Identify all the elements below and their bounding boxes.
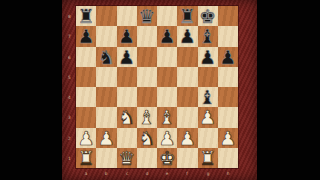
file-label-d: d [140,170,155,178]
square-h2[interactable]: ♟ [218,128,238,148]
white-king-piece[interactable]: ♚ [159,147,176,167]
square-a1[interactable]: ♜ [76,148,96,168]
square-g8[interactable]: ♚ [198,6,218,26]
square-a4[interactable] [76,87,96,107]
square-h8[interactable] [218,6,238,26]
square-c4[interactable] [117,87,137,107]
square-e3[interactable]: ♝ [157,107,177,127]
square-h7[interactable] [218,26,238,46]
square-h5[interactable] [218,67,238,87]
square-d7[interactable] [137,26,157,46]
white-rook-piece[interactable]: ♜ [78,147,95,167]
square-d6[interactable] [137,47,157,67]
chessboard: ♜♛♜♚♟♟♟♟♝♞♟♟♟♝♞♝♝♟♟♟♞♟♟♟♜♛♚♜ [76,6,238,168]
black-rook-piece[interactable]: ♜ [78,6,95,26]
square-g4[interactable]: ♝ [198,87,218,107]
square-g6[interactable]: ♟ [198,47,218,67]
square-g3[interactable]: ♟ [198,107,218,127]
square-e5[interactable] [157,67,177,87]
file-label-h: h [221,170,236,178]
square-f7[interactable]: ♟ [177,26,197,46]
black-pawn-piece[interactable]: ♟ [219,46,236,66]
file-labels: abcdefgh [76,168,238,179]
black-pawn-piece[interactable]: ♟ [199,46,216,66]
rank-label-3: 3 [65,110,74,125]
square-d8[interactable]: ♛ [137,6,157,26]
black-king-piece[interactable]: ♚ [199,6,216,26]
letterbox-right [257,0,320,180]
square-g7[interactable]: ♝ [198,26,218,46]
square-e8[interactable] [157,6,177,26]
white-pawn-piece[interactable]: ♟ [98,127,115,147]
white-bishop-piece[interactable]: ♝ [159,107,176,127]
white-knight-piece[interactable]: ♞ [138,127,155,147]
black-rook-piece[interactable]: ♜ [179,6,196,26]
square-f8[interactable]: ♜ [177,6,197,26]
square-h4[interactable] [218,87,238,107]
rank-label-2: 2 [65,130,74,145]
square-c1[interactable]: ♛ [117,148,137,168]
square-b6[interactable]: ♞ [96,47,116,67]
square-d1[interactable] [137,148,157,168]
black-bishop-piece[interactable]: ♝ [199,87,216,107]
square-c7[interactable]: ♟ [117,26,137,46]
square-c8[interactable] [117,6,137,26]
file-label-a: a [79,170,94,178]
square-d4[interactable] [137,87,157,107]
file-label-e: e [160,170,175,178]
square-d5[interactable] [137,67,157,87]
square-h1[interactable] [218,148,238,168]
square-f1[interactable] [177,148,197,168]
square-d2[interactable]: ♞ [137,128,157,148]
black-pawn-piece[interactable]: ♟ [159,26,176,46]
rank-label-8: 8 [65,9,74,24]
square-g1[interactable]: ♜ [198,148,218,168]
square-b1[interactable] [96,148,116,168]
square-a7[interactable]: ♟ [76,26,96,46]
file-label-b: b [99,170,114,178]
square-h3[interactable] [218,107,238,127]
square-f3[interactable] [177,107,197,127]
square-e1[interactable]: ♚ [157,148,177,168]
square-a8[interactable]: ♜ [76,6,96,26]
black-pawn-piece[interactable]: ♟ [118,46,135,66]
black-pawn-piece[interactable]: ♟ [118,26,135,46]
rank-label-5: 5 [65,70,74,85]
square-g2[interactable] [198,128,218,148]
square-e6[interactable] [157,47,177,67]
white-knight-piece[interactable]: ♞ [118,107,135,127]
file-label-g: g [200,170,215,178]
square-f4[interactable] [177,87,197,107]
white-queen-piece[interactable]: ♛ [118,147,135,167]
square-c2[interactable] [117,128,137,148]
white-bishop-piece[interactable]: ♝ [138,107,155,127]
square-a6[interactable] [76,47,96,67]
rank-label-1: 1 [65,151,74,166]
square-b7[interactable] [96,26,116,46]
square-h6[interactable]: ♟ [218,47,238,67]
white-rook-piece[interactable]: ♜ [199,147,216,167]
square-f6[interactable] [177,47,197,67]
square-c6[interactable]: ♟ [117,47,137,67]
black-bishop-piece[interactable]: ♝ [199,26,216,46]
square-e7[interactable]: ♟ [157,26,177,46]
black-pawn-piece[interactable]: ♟ [78,26,95,46]
file-label-c: c [119,170,134,178]
letterbox-left [0,0,62,180]
white-pawn-piece[interactable]: ♟ [78,127,95,147]
video-frame: 87654321 abcdefgh ♜♛♜♚♟♟♟♟♝♞♟♟♟♝♞♝♝♟♟♟♞♟… [0,0,320,180]
square-b3[interactable] [96,107,116,127]
rank-label-6: 6 [65,49,74,64]
file-label-f: f [180,170,195,178]
white-pawn-piece[interactable]: ♟ [159,127,176,147]
black-queen-piece[interactable]: ♛ [138,6,155,26]
square-f5[interactable] [177,67,197,87]
white-pawn-piece[interactable]: ♟ [199,107,216,127]
square-d3[interactable]: ♝ [137,107,157,127]
square-f2[interactable]: ♟ [177,128,197,148]
square-a5[interactable] [76,67,96,87]
square-b5[interactable] [96,67,116,87]
square-e4[interactable] [157,87,177,107]
rank-labels: 87654321 [63,6,76,168]
square-b8[interactable] [96,6,116,26]
rank-label-7: 7 [65,29,74,44]
white-pawn-piece[interactable]: ♟ [179,127,196,147]
square-c5[interactable] [117,67,137,87]
square-e2[interactable]: ♟ [157,128,177,148]
black-pawn-piece[interactable]: ♟ [179,26,196,46]
rank-label-4: 4 [65,90,74,105]
square-c3[interactable]: ♞ [117,107,137,127]
square-b4[interactable] [96,87,116,107]
square-b2[interactable]: ♟ [96,128,116,148]
square-a2[interactable]: ♟ [76,128,96,148]
square-g5[interactable] [198,67,218,87]
black-knight-piece[interactable]: ♞ [98,46,115,66]
square-a3[interactable] [76,107,96,127]
white-pawn-piece[interactable]: ♟ [219,127,236,147]
